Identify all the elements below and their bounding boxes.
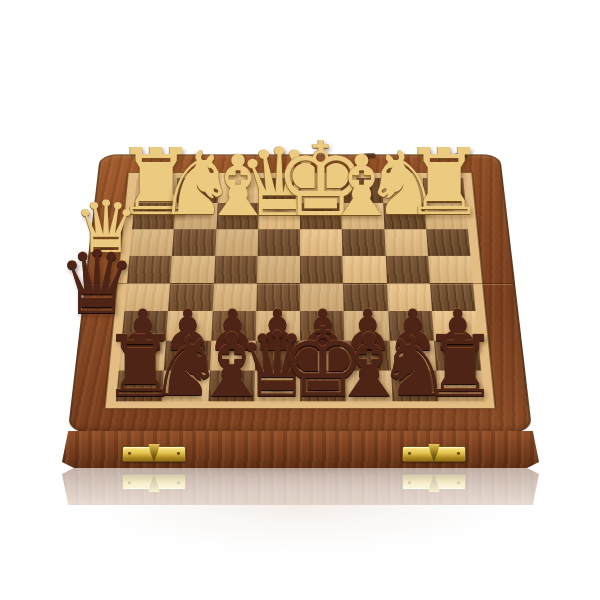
- square-b1: [382, 178, 425, 203]
- product-photo-stage: ♜♞♝♛♚♝♞♜♟♟♟♟♟♟♟♟♜♞♝♛♚♝♞♜♛♛: [0, 0, 600, 600]
- latch-clasp-icon: [147, 444, 162, 462]
- square-h8: [116, 370, 164, 401]
- square-h7: [119, 340, 166, 370]
- board-front-edge: [62, 431, 539, 468]
- square-e5: [256, 283, 300, 311]
- square-h5: [124, 283, 170, 311]
- hinge-icon: [450, 153, 467, 160]
- square-b7: [389, 340, 436, 370]
- square-f2: [216, 203, 259, 229]
- square-h4: [127, 256, 172, 283]
- squares-grid: [116, 178, 484, 401]
- square-e2: [258, 203, 300, 229]
- reflection-fade: [50, 466, 551, 600]
- square-b6: [388, 311, 434, 340]
- square-d3: [300, 229, 343, 256]
- square-d6: [300, 311, 345, 340]
- square-h2: [132, 203, 176, 229]
- square-c3: [342, 229, 385, 256]
- square-g4: [170, 256, 215, 283]
- square-g8: [162, 370, 209, 401]
- square-e4: [257, 256, 300, 283]
- square-f4: [214, 256, 258, 283]
- latch-clasp-icon: [427, 444, 442, 462]
- square-f8: [208, 370, 255, 401]
- square-e8: [254, 370, 300, 401]
- square-c2: [341, 203, 384, 229]
- square-a2: [424, 203, 468, 229]
- square-g6: [166, 311, 212, 340]
- square-a8: [436, 370, 484, 401]
- square-b2: [383, 203, 426, 229]
- board-reflection: [62, 468, 539, 600]
- square-b5: [387, 283, 432, 311]
- square-d1: [300, 178, 341, 203]
- square-a4: [428, 256, 473, 283]
- square-g3: [172, 229, 216, 256]
- square-b3: [384, 229, 428, 256]
- square-a1: [422, 178, 465, 203]
- square-d2: [300, 203, 342, 229]
- brass-latch-left: [122, 446, 186, 462]
- square-g5: [168, 283, 213, 311]
- hinge-icon: [362, 153, 376, 159]
- board-border: [105, 172, 496, 408]
- square-f3: [215, 229, 258, 256]
- square-b8: [391, 370, 438, 401]
- square-c4: [343, 256, 387, 283]
- brass-latch-right: [402, 446, 466, 462]
- square-c1: [341, 178, 383, 203]
- square-d7: [300, 340, 345, 370]
- square-h3: [130, 229, 174, 256]
- square-f7: [209, 340, 255, 370]
- square-h6: [122, 311, 169, 340]
- square-f1: [217, 178, 259, 203]
- square-g2: [174, 203, 217, 229]
- square-d5: [300, 283, 344, 311]
- square-h1: [134, 178, 177, 203]
- fold-seam: [88, 283, 512, 284]
- square-e7: [255, 340, 300, 370]
- square-d4: [300, 256, 343, 283]
- square-c6: [344, 311, 389, 340]
- board-frame: [68, 154, 533, 432]
- square-c8: [345, 370, 392, 401]
- square-g7: [164, 340, 211, 370]
- square-a3: [426, 229, 470, 256]
- square-c5: [343, 283, 388, 311]
- square-f5: [212, 283, 257, 311]
- square-a6: [432, 311, 479, 340]
- square-g1: [176, 178, 219, 203]
- square-e3: [257, 229, 300, 256]
- chess-board: [68, 154, 533, 432]
- square-e1: [259, 178, 300, 203]
- square-b4: [385, 256, 430, 283]
- square-a7: [434, 340, 481, 370]
- square-f6: [211, 311, 256, 340]
- square-c7: [345, 340, 391, 370]
- square-a5: [430, 283, 476, 311]
- square-e6: [255, 311, 300, 340]
- square-d8: [300, 370, 346, 401]
